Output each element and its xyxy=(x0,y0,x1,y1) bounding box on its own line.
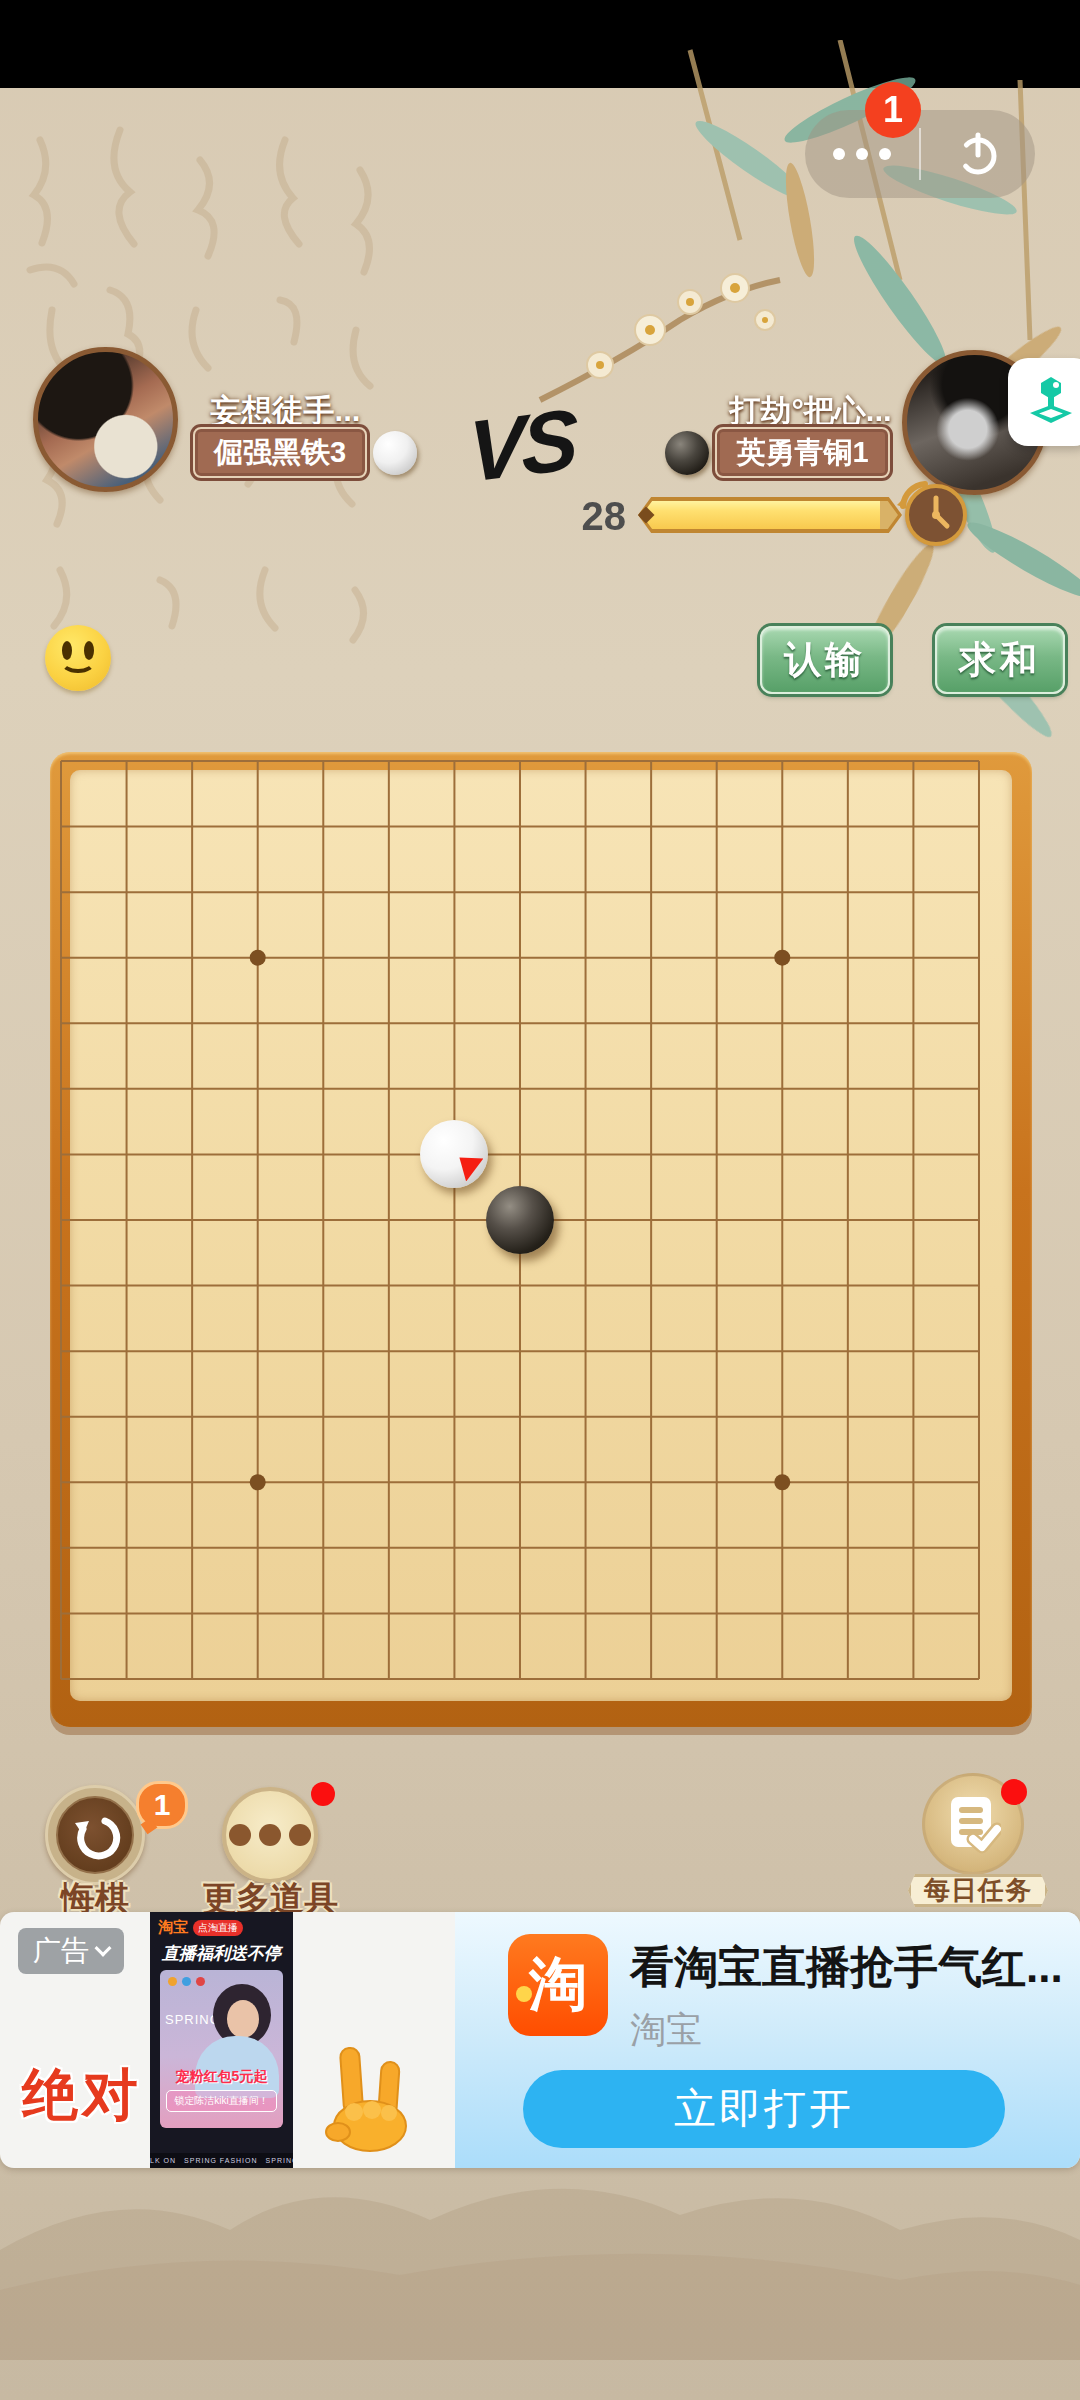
poster-card: SPRING FAS 宠粉红包5元起 锁定陈洁kiki直播间！ xyxy=(160,1970,283,2128)
top-control-pill xyxy=(805,110,1035,198)
timer-seconds: 28 xyxy=(570,494,626,539)
poster-title: 直播福利送不停 xyxy=(150,1942,293,1965)
left-player-avatar[interactable] xyxy=(33,347,178,492)
ad-open-button[interactable]: 立即打开 xyxy=(523,2070,1005,2148)
taobao-icon-dot xyxy=(516,1986,532,2002)
right-player-name: 打劫°把心... xyxy=(718,390,903,432)
undo-icon xyxy=(56,1796,134,1874)
joystick-icon xyxy=(1026,375,1076,429)
ad-advertiser: 淘宝 xyxy=(630,2006,702,2055)
left-player-stone-chip xyxy=(373,431,417,475)
ad-banner[interactable]: 广告 绝对 淘宝 点淘直播 直播福利送不停 SPRING FAS 宠粉红包5元起… xyxy=(0,1912,1080,2168)
vs-logo: VS xyxy=(468,389,576,502)
mountain-painting xyxy=(0,2160,1080,2360)
task-list-icon xyxy=(945,1793,1001,1855)
request-draw-button[interactable]: 求和 xyxy=(935,626,1065,694)
dot-icon xyxy=(289,1824,311,1846)
game-assistant-floating-button[interactable] xyxy=(1008,358,1080,446)
poster-dots xyxy=(168,1977,205,1986)
game-screen: 1 妄想徒手... 倔强黑铁3 VS 打劫°把心... 英勇青铜1 28 xyxy=(0,0,1080,2400)
ad-poster-image[interactable]: 淘宝 点淘直播 直播福利送不停 SPRING FAS 宠粉红包5元起 锁定陈洁k… xyxy=(150,1912,293,2168)
undo-count-badge: 1 xyxy=(136,1781,188,1829)
ad-headline: 看淘宝直播抢手气红... xyxy=(630,1938,1063,1997)
board-stones xyxy=(60,760,982,1682)
timer-progress-bar xyxy=(638,497,902,533)
ad-left-caption: 绝对 xyxy=(22,2058,142,2134)
left-player-rank-badge: 倔强黑铁3 xyxy=(193,427,367,478)
timer-progress-fill xyxy=(642,501,880,529)
right-player-rank-badge: 英勇青铜1 xyxy=(715,427,890,478)
more-items-button[interactable] xyxy=(222,1787,318,1883)
dot-icon xyxy=(879,148,891,160)
taobao-icon-char: 淘 xyxy=(529,1946,587,2024)
poster-footer-text: SPRING TALK ON SPRING FASHION SPRING FAS… xyxy=(150,2153,293,2168)
ad-tag-dropdown[interactable]: 广告 xyxy=(18,1928,124,1974)
chevron-down-icon xyxy=(95,1940,112,1957)
right-player-stone-chip xyxy=(665,431,709,475)
poster-live-badge: 点淘直播 xyxy=(193,1920,243,1936)
notification-badge: 1 xyxy=(865,82,921,138)
poster-brand: 淘宝 xyxy=(158,1918,188,1937)
left-player-name: 妄想徒手... xyxy=(193,390,378,432)
poster-promo-text: 宠粉红包5元起 xyxy=(160,2068,283,2086)
dot-icon xyxy=(259,1824,281,1846)
dot-icon xyxy=(833,148,845,160)
taobao-app-icon[interactable]: 淘 xyxy=(508,1934,608,2036)
dot-icon xyxy=(856,148,868,160)
stone-black xyxy=(486,1186,554,1254)
poster-banner-text: 锁定陈洁kiki直播间！ xyxy=(166,2090,277,2112)
gomoku-board[interactable] xyxy=(50,752,1032,1727)
status-bar xyxy=(0,0,1080,88)
rock-hand-emoji xyxy=(318,2040,422,2152)
smiley-mouth xyxy=(60,649,96,673)
more-items-red-dot xyxy=(311,1782,335,1806)
dot-icon xyxy=(229,1824,251,1846)
power-icon xyxy=(955,131,1001,177)
resign-button[interactable]: 认输 xyxy=(760,626,890,694)
stone-white xyxy=(420,1120,488,1188)
daily-tasks-red-dot xyxy=(1001,1779,1027,1805)
clock-icon xyxy=(905,484,967,546)
last-move-marker xyxy=(459,1157,483,1181)
daily-tasks-label: 每日任务 xyxy=(908,1874,1048,1907)
undo-move-button[interactable] xyxy=(45,1785,145,1885)
emoji-chat-button[interactable] xyxy=(45,625,111,691)
exit-power-button[interactable] xyxy=(921,110,1035,198)
